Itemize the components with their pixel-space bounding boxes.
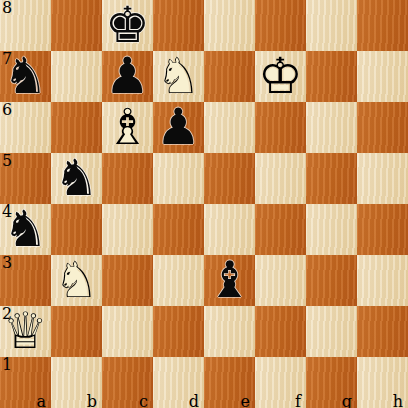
square-f3[interactable] (255, 255, 306, 306)
piece-white-knight[interactable]: ♞♘ (51, 255, 102, 306)
square-f5[interactable] (255, 153, 306, 204)
square-c2[interactable] (102, 306, 153, 357)
square-c3[interactable] (102, 255, 153, 306)
square-h4[interactable] (357, 204, 408, 255)
piece-black-pawn[interactable]: ♟ (153, 102, 204, 153)
square-d1[interactable]: d (153, 357, 204, 408)
white-knight-outline: ♘ (51, 255, 102, 306)
square-g8[interactable] (306, 0, 357, 51)
piece-white-bishop[interactable]: ♝♗ (102, 102, 153, 153)
square-f7[interactable]: ♚♔ (255, 51, 306, 102)
square-e7[interactable] (204, 51, 255, 102)
black-knight-glyph: ♞ (0, 204, 51, 255)
piece-black-knight[interactable]: ♞ (0, 51, 51, 102)
square-g4[interactable] (306, 204, 357, 255)
square-d5[interactable] (153, 153, 204, 204)
black-bishop-glyph: ♝ (204, 255, 255, 306)
square-c7[interactable]: ♟ (102, 51, 153, 102)
file-label-d: d (189, 393, 199, 408)
piece-black-bishop[interactable]: ♝ (204, 255, 255, 306)
square-c8[interactable]: ♚ (102, 0, 153, 51)
file-label-g: g (342, 393, 352, 408)
square-a2[interactable]: 2♛♕ (0, 306, 51, 357)
square-b8[interactable] (51, 0, 102, 51)
white-king-outline: ♔ (255, 51, 306, 102)
piece-white-knight[interactable]: ♞♘ (153, 51, 204, 102)
square-d3[interactable] (153, 255, 204, 306)
chess-board: 8♚7♞♟♞♘♚♔6♝♗♟5♞4♞3♞♘♝2♛♕1abcdefgh (0, 0, 408, 408)
square-a6[interactable]: 6 (0, 102, 51, 153)
square-c5[interactable] (102, 153, 153, 204)
square-a4[interactable]: 4♞ (0, 204, 51, 255)
square-e1[interactable]: e (204, 357, 255, 408)
square-h3[interactable] (357, 255, 408, 306)
square-g1[interactable]: g (306, 357, 357, 408)
square-e6[interactable] (204, 102, 255, 153)
square-a1[interactable]: 1a (0, 357, 51, 408)
piece-black-knight[interactable]: ♞ (0, 204, 51, 255)
file-label-a: a (36, 393, 46, 408)
square-e4[interactable] (204, 204, 255, 255)
square-f4[interactable] (255, 204, 306, 255)
square-d6[interactable]: ♟ (153, 102, 204, 153)
piece-black-knight[interactable]: ♞ (51, 153, 102, 204)
square-g5[interactable] (306, 153, 357, 204)
piece-white-queen[interactable]: ♛♕ (0, 306, 51, 357)
file-label-b: b (87, 393, 97, 408)
piece-black-king[interactable]: ♚ (102, 0, 153, 51)
white-queen-outline: ♕ (0, 306, 51, 357)
file-label-h: h (393, 393, 403, 408)
square-b1[interactable]: b (51, 357, 102, 408)
file-label-c: c (139, 393, 148, 408)
rank-label-3: 3 (2, 255, 12, 272)
square-d4[interactable] (153, 204, 204, 255)
square-g2[interactable] (306, 306, 357, 357)
white-knight-outline: ♘ (153, 51, 204, 102)
file-label-e: e (241, 393, 250, 408)
square-e5[interactable] (204, 153, 255, 204)
square-a5[interactable]: 5 (0, 153, 51, 204)
square-f8[interactable] (255, 0, 306, 51)
square-b2[interactable] (51, 306, 102, 357)
square-g3[interactable] (306, 255, 357, 306)
black-king-glyph: ♚ (102, 0, 153, 51)
white-bishop-outline: ♗ (102, 102, 153, 153)
black-knight-glyph: ♞ (51, 153, 102, 204)
square-c1[interactable]: c (102, 357, 153, 408)
square-b5[interactable]: ♞ (51, 153, 102, 204)
square-f2[interactable] (255, 306, 306, 357)
square-c4[interactable] (102, 204, 153, 255)
square-h8[interactable] (357, 0, 408, 51)
piece-white-king[interactable]: ♚♔ (255, 51, 306, 102)
square-h1[interactable]: h (357, 357, 408, 408)
square-b4[interactable] (51, 204, 102, 255)
square-h2[interactable] (357, 306, 408, 357)
square-g6[interactable] (306, 102, 357, 153)
black-knight-glyph: ♞ (0, 51, 51, 102)
black-pawn-glyph: ♟ (102, 51, 153, 102)
square-b3[interactable]: ♞♘ (51, 255, 102, 306)
square-e3[interactable]: ♝ (204, 255, 255, 306)
square-a3[interactable]: 3 (0, 255, 51, 306)
square-b7[interactable] (51, 51, 102, 102)
square-h7[interactable] (357, 51, 408, 102)
rank-label-6: 6 (2, 102, 12, 119)
square-a7[interactable]: 7♞ (0, 51, 51, 102)
rank-label-5: 5 (2, 153, 12, 170)
square-c6[interactable]: ♝♗ (102, 102, 153, 153)
black-pawn-glyph: ♟ (153, 102, 204, 153)
file-label-f: f (295, 393, 301, 408)
square-h5[interactable] (357, 153, 408, 204)
square-a8[interactable]: 8 (0, 0, 51, 51)
piece-black-pawn[interactable]: ♟ (102, 51, 153, 102)
square-e8[interactable] (204, 0, 255, 51)
square-e2[interactable] (204, 306, 255, 357)
square-f1[interactable]: f (255, 357, 306, 408)
square-f6[interactable] (255, 102, 306, 153)
square-d2[interactable] (153, 306, 204, 357)
square-d7[interactable]: ♞♘ (153, 51, 204, 102)
square-h6[interactable] (357, 102, 408, 153)
square-g7[interactable] (306, 51, 357, 102)
rank-label-1: 1 (2, 357, 12, 374)
square-d8[interactable] (153, 0, 204, 51)
rank-label-8: 8 (2, 0, 12, 17)
square-b6[interactable] (51, 102, 102, 153)
